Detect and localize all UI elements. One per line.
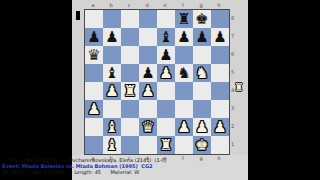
white-bishop-b1: ♝ [103,136,121,154]
rank-label-7: 7 [231,27,238,45]
square-f6[interactable] [175,46,193,64]
detail-line: 31. Rfe1 Nov 13 2014 Length: 45 Material… [2,169,139,175]
white-pawn-b4: ♟ [103,82,121,100]
square-a6[interactable]: ♛ [85,46,103,64]
rank-label-8: 8 [231,9,238,27]
video-frame: abcdefgh ♜♚♟♟♝♟♟♟♛♟♝♟♟♞♞♟♜♟♟♝♛♟♟♟♝♜♚ abc… [0,0,320,180]
rank-label-5: 5 [231,63,238,81]
rank-label-2: 2 [231,117,238,135]
square-d7[interactable] [139,28,157,46]
white-pawn-a3: ♟ [85,100,103,118]
square-c3[interactable] [121,100,139,118]
square-b3[interactable] [103,100,121,118]
square-h5[interactable] [211,64,229,82]
file-label-h-top: h [210,2,228,8]
file-label-f-bottom: f [174,155,192,161]
square-h7[interactable]: ♟ [211,28,229,46]
square-c5[interactable] [121,64,139,82]
black-king-g8: ♚ [193,10,211,28]
square-g5[interactable]: ♞ [193,64,211,82]
black-pawn-g7: ♟ [193,28,211,46]
white-pawn-e5: ♟ [157,64,175,82]
square-d1[interactable] [139,136,157,154]
file-label-e-top: e [156,2,174,8]
file-label-h-bottom: h [210,155,228,161]
white-rook-e1: ♜ [157,136,175,154]
square-c8[interactable] [121,10,139,28]
square-g3[interactable] [193,100,211,118]
square-h4[interactable] [211,82,229,100]
square-g2[interactable]: ♟ [193,118,211,136]
rank-label-6: 6 [231,45,238,63]
white-queen-d2: ♛ [139,118,157,136]
square-a7[interactable]: ♟ [85,28,103,46]
square-c7[interactable] [121,28,139,46]
file-label-g-top: g [192,2,210,8]
file-label-d-top: d [138,2,156,8]
square-c6[interactable] [121,46,139,64]
file-label-g-bottom: g [192,155,210,161]
square-f5[interactable]: ♞ [175,64,193,82]
square-f1[interactable] [175,136,193,154]
square-e5[interactable]: ♟ [157,64,175,82]
square-e8[interactable] [157,10,175,28]
square-b6[interactable] [103,46,121,64]
file-label-c-top: c [120,2,138,8]
square-d4[interactable]: ♟ [139,82,157,100]
white-king-g1: ♚ [193,136,211,154]
square-a5[interactable] [85,64,103,82]
white-pawn-g2: ♟ [193,118,211,136]
square-g8[interactable]: ♚ [193,10,211,28]
square-d6[interactable] [139,46,157,64]
square-b8[interactable] [103,10,121,28]
square-d2[interactable]: ♛ [139,118,157,136]
file-label-a-top: a [84,2,102,8]
black-pawn-a7: ♟ [85,28,103,46]
square-h1[interactable] [211,136,229,154]
file-label-f-top: f [174,2,192,8]
square-f8[interactable]: ♜ [175,10,193,28]
square-d8[interactable] [139,10,157,28]
square-e6[interactable]: ♟ [157,46,175,64]
square-e7[interactable]: ♝ [157,28,175,46]
square-e1[interactable]: ♜ [157,136,175,154]
black-pawn-d5: ♟ [139,64,157,82]
black-pawn-b7: ♟ [103,28,121,46]
white-knight-g5: ♞ [193,64,211,82]
square-a3[interactable]: ♟ [85,100,103,118]
black-pawn-f7: ♟ [175,28,193,46]
black-knight-f5: ♞ [175,64,193,82]
black-pawn-e6: ♟ [157,46,175,64]
square-e2[interactable] [157,118,175,136]
square-a4[interactable] [85,82,103,100]
square-b2[interactable]: ♝ [103,118,121,136]
square-e4[interactable] [157,82,175,100]
white-bishop-b2: ♝ [103,118,121,136]
file-label-b-top: b [102,2,120,8]
square-h6[interactable] [211,46,229,64]
square-d5[interactable]: ♟ [139,64,157,82]
square-g1[interactable]: ♚ [193,136,211,154]
material-advantage-white-rook-icon: ♜ [232,81,246,95]
square-c1[interactable] [121,136,139,154]
square-g6[interactable] [193,46,211,64]
square-f2[interactable]: ♟ [175,118,193,136]
square-d3[interactable] [139,100,157,118]
square-h2[interactable]: ♟ [211,118,229,136]
square-a2[interactable] [85,118,103,136]
square-f4[interactable] [175,82,193,100]
rank-label-1: 1 [231,135,238,153]
square-h8[interactable] [211,10,229,28]
square-e3[interactable] [157,100,175,118]
square-a8[interactable] [85,10,103,28]
white-pawn-d4: ♟ [139,82,157,100]
square-b5[interactable]: ♝ [103,64,121,82]
square-f3[interactable] [175,100,193,118]
black-to-move-indicator [76,11,80,20]
white-pawn-f2: ♟ [175,118,193,136]
square-g7[interactable]: ♟ [193,28,211,46]
square-b1[interactable]: ♝ [103,136,121,154]
white-pawn-h2: ♟ [211,118,229,136]
black-pawn-h7: ♟ [211,28,229,46]
rank-label-3: 3 [231,99,238,117]
square-c4[interactable]: ♜ [121,82,139,100]
square-a1[interactable] [85,136,103,154]
square-g4[interactable] [193,82,211,100]
file-labels-top: abcdefgh [84,2,230,8]
white-rook-c4: ♜ [121,82,139,100]
black-queen-a6: ♛ [85,46,103,64]
square-b7[interactable]: ♟ [103,28,121,46]
black-bishop-e7: ♝ [157,28,175,46]
black-bishop-b5: ♝ [103,64,121,82]
square-f7[interactable]: ♟ [175,28,193,46]
square-b4[interactable]: ♟ [103,82,121,100]
square-c2[interactable] [121,118,139,136]
chess-board: ♜♚♟♟♝♟♟♟♛♟♝♟♟♞♞♟♜♟♟♝♛♟♟♟♝♜♚ [84,9,230,155]
black-rook-f8: ♜ [175,10,193,28]
square-h3[interactable] [211,100,229,118]
